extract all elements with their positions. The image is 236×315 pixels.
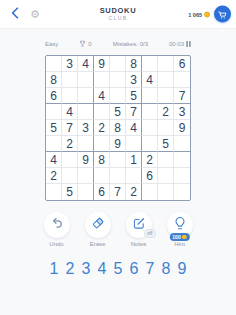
cart-icon [218, 5, 227, 23]
cell-r6c2[interactable]: 2 [62, 136, 78, 152]
cell-r5c3[interactable]: 3 [78, 120, 94, 136]
cell-r2c8[interactable] [158, 72, 174, 88]
mistakes-counter: Mistakes: 0/3 [113, 41, 148, 47]
eraser-icon [91, 216, 105, 234]
cell-r4c5[interactable]: 5 [110, 104, 126, 120]
cell-r3c8[interactable] [158, 88, 174, 104]
cell-r6c7[interactable] [142, 136, 158, 152]
cell-r2c4[interactable] [94, 72, 110, 88]
difficulty-label: Easy [45, 41, 58, 47]
cell-r5c2[interactable]: 7 [62, 120, 78, 136]
cell-r8c7[interactable]: 6 [142, 168, 158, 184]
hint-circle: 100 [167, 212, 193, 238]
undo-circle [44, 212, 70, 238]
cell-r5c1[interactable]: 5 [46, 120, 62, 136]
cell-r1c9[interactable]: 6 [174, 56, 190, 72]
cell-r4c4[interactable] [94, 104, 110, 120]
erase-circle [85, 212, 111, 238]
cell-r4c1[interactable] [46, 104, 62, 120]
cell-r3c3[interactable] [78, 88, 94, 104]
numpad-digit-3[interactable]: 3 [81, 260, 92, 278]
cell-r5c9[interactable]: 9 [174, 120, 190, 136]
cell-r3c1[interactable]: 6 [46, 88, 62, 104]
shop-button[interactable] [214, 6, 231, 23]
cell-r5c8[interactable] [158, 120, 174, 136]
cell-r1c1[interactable] [46, 56, 62, 72]
cell-r2c2[interactable] [62, 72, 78, 88]
notes-button[interactable]: off Notes [124, 212, 154, 247]
cell-r9c7[interactable] [142, 184, 158, 200]
cell-r2c6[interactable]: 3 [126, 72, 142, 88]
chevron-left-icon [11, 5, 19, 23]
cell-r1c3[interactable]: 4 [78, 56, 94, 72]
cell-r3c5[interactable] [110, 88, 126, 104]
cell-r3c4[interactable]: 4 [94, 88, 110, 104]
cell-r4c6[interactable]: 7 [126, 104, 142, 120]
gear-icon: ⚙ [30, 8, 40, 20]
app-subtitle: CLUB [100, 15, 137, 21]
numpad-digit-9[interactable]: 9 [177, 260, 188, 278]
cell-r5c5[interactable]: 8 [110, 120, 126, 136]
cell-r1c2[interactable]: 3 [62, 56, 78, 72]
hint-coin-icon [182, 235, 187, 240]
cell-r1c8[interactable] [158, 56, 174, 72]
cell-r8c6[interactable] [126, 168, 142, 184]
hint-button[interactable]: 100 Hint [165, 212, 195, 247]
status-bar: Easy 0 Mistakes: 0/3 00:03 [45, 40, 191, 48]
cell-r7c5[interactable] [110, 152, 126, 168]
cell-r7c1[interactable]: 4 [46, 152, 62, 168]
hint-cost-value: 100 [172, 235, 180, 240]
cell-r8c5[interactable] [110, 168, 126, 184]
score-value: 0 [88, 41, 91, 47]
cell-r2c1[interactable]: 8 [46, 72, 62, 88]
cell-r5c4[interactable]: 2 [94, 120, 110, 136]
numpad-digit-1[interactable]: 1 [49, 260, 60, 278]
cell-r6c4[interactable] [94, 136, 110, 152]
sudoku-board: 34986834645745723573284929549812265672 [45, 55, 191, 201]
settings-button[interactable]: ⚙ [30, 9, 40, 20]
cell-r8c9[interactable] [174, 168, 190, 184]
cell-r4c2[interactable]: 4 [62, 104, 78, 120]
hint-label: Hint [174, 241, 185, 247]
cell-r2c5[interactable] [110, 72, 126, 88]
cell-r8c4[interactable] [94, 168, 110, 184]
cell-r9c4[interactable]: 6 [94, 184, 110, 200]
header: ⚙ SUDOKU CLUB 1 065 [0, 0, 236, 29]
cell-r8c3[interactable] [78, 168, 94, 184]
erase-label: Erase [90, 241, 106, 247]
cell-r1c5[interactable] [110, 56, 126, 72]
cell-r6c3[interactable] [78, 136, 94, 152]
cell-r9c5[interactable]: 7 [110, 184, 126, 200]
cell-r3c2[interactable] [62, 88, 78, 104]
cell-r9c3[interactable] [78, 184, 94, 200]
numpad-digit-6[interactable]: 6 [129, 260, 140, 278]
erase-button[interactable]: Erase [83, 212, 113, 247]
cell-r1c7[interactable] [142, 56, 158, 72]
cell-r5c6[interactable]: 4 [126, 120, 142, 136]
pause-icon[interactable] [186, 41, 191, 48]
cell-r1c4[interactable]: 9 [94, 56, 110, 72]
cell-r7c3[interactable]: 9 [78, 152, 94, 168]
undo-arrow-icon [50, 216, 64, 234]
notes-off-badge: off [144, 229, 155, 238]
score-group: 0 [79, 40, 91, 48]
cell-r4c8[interactable]: 2 [158, 104, 174, 120]
cell-r7c7[interactable]: 2 [142, 152, 158, 168]
cell-r7c2[interactable] [62, 152, 78, 168]
undo-label: Undo [49, 241, 63, 247]
back-button[interactable] [9, 6, 21, 22]
cell-r7c4[interactable]: 8 [94, 152, 110, 168]
title-block: SUDOKU CLUB [100, 7, 137, 21]
cell-r3c6[interactable]: 5 [126, 88, 142, 104]
cell-r6c5[interactable]: 9 [110, 136, 126, 152]
coin-balance-value: 1 065 [188, 11, 202, 17]
notes-circle: off [126, 212, 152, 238]
cell-r8c2[interactable] [62, 168, 78, 184]
cell-r7c9[interactable] [174, 152, 190, 168]
header-left: ⚙ [0, 6, 40, 22]
notes-label: Notes [131, 241, 147, 247]
cell-r3c7[interactable] [142, 88, 158, 104]
numpad-digit-8[interactable]: 8 [161, 260, 172, 278]
cell-r3c9[interactable]: 7 [174, 88, 190, 104]
cell-r2c7[interactable]: 4 [142, 72, 158, 88]
cell-r9c2[interactable]: 5 [62, 184, 78, 200]
cell-r6c1[interactable] [46, 136, 62, 152]
timer-value: 00:03 [169, 41, 184, 47]
coin-icon [204, 11, 210, 17]
cell-r9c9[interactable] [174, 184, 190, 200]
timer-group: 00:03 [169, 41, 191, 48]
lightbulb-icon [174, 216, 186, 235]
cell-r2c3[interactable] [78, 72, 94, 88]
toolbar: Undo Erase [0, 212, 236, 247]
cell-r5c7[interactable] [142, 120, 158, 136]
cell-r4c7[interactable] [142, 104, 158, 120]
trophy-icon [79, 40, 86, 48]
coin-balance: 1 065 [188, 11, 210, 17]
cell-r9c1[interactable] [46, 184, 62, 200]
cell-r7c6[interactable]: 1 [126, 152, 142, 168]
cell-r4c9[interactable]: 3 [174, 104, 190, 120]
numpad-digit-4[interactable]: 4 [97, 260, 108, 278]
cell-r8c8[interactable] [158, 168, 174, 184]
cell-r8c1[interactable]: 2 [46, 168, 62, 184]
sudoku-app: ⚙ SUDOKU CLUB 1 065 Eas [0, 0, 236, 315]
cell-r9c6[interactable]: 2 [126, 184, 142, 200]
cell-r1c6[interactable]: 8 [126, 56, 142, 72]
cell-r4c3[interactable] [78, 104, 94, 120]
undo-button[interactable]: Undo [42, 212, 72, 247]
numpad-digit-2[interactable]: 2 [65, 260, 76, 278]
cell-r7c8[interactable] [158, 152, 174, 168]
cell-r6c9[interactable] [174, 136, 190, 152]
cell-r6c6[interactable] [126, 136, 142, 152]
cell-r9c8[interactable] [158, 184, 174, 200]
cell-r6c8[interactable]: 5 [158, 136, 174, 152]
numpad-digit-5[interactable]: 5 [113, 260, 124, 278]
numpad-digit-7[interactable]: 7 [145, 260, 156, 278]
cell-r2c9[interactable] [174, 72, 190, 88]
numpad: 123456789 [0, 260, 236, 278]
header-right: 1 065 [188, 6, 231, 23]
hint-cost-badge: 100 [169, 233, 189, 241]
